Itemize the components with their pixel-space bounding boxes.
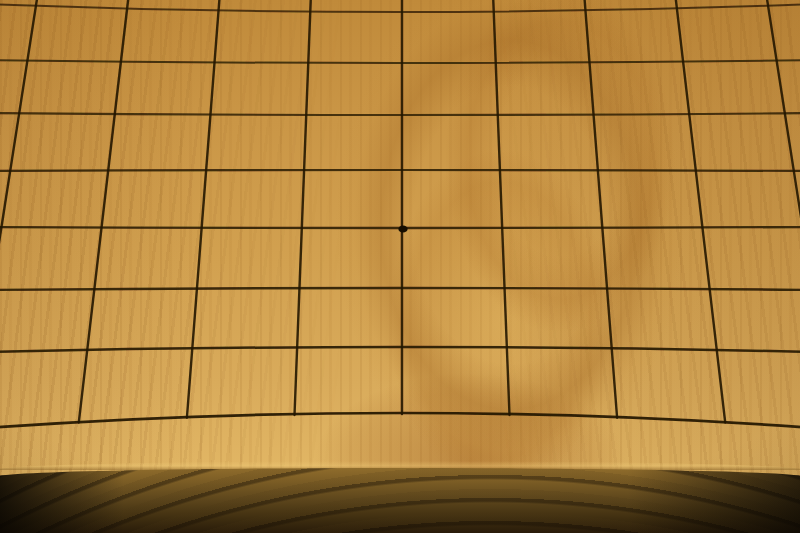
wood-grain-streaks-right [480,0,800,478]
goban-photo [0,0,800,533]
wood-grain-streaks-left [0,0,360,478]
board-front-side-endgrain [0,468,800,533]
